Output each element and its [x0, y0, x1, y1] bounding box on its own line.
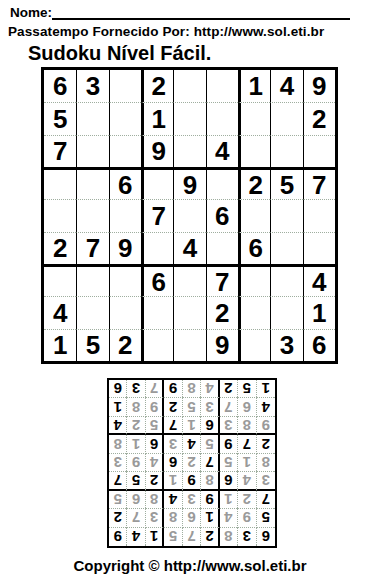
copyright-footer: Copyright © http://www.sol.eti.br	[0, 557, 380, 574]
puzzle-cell-r4c1	[44, 167, 76, 199]
solution-cell-r4c1: 3	[257, 472, 275, 490]
puzzle-cell-r7c6: 7	[206, 264, 238, 296]
solution-cell-r5c2: 1	[238, 454, 256, 472]
puzzle-cell-r9c9: 6	[303, 329, 335, 361]
solution-cell-r8c8: 8	[127, 398, 145, 416]
solution-cell-r1c7: 1	[146, 528, 164, 546]
solution-cell-r2c3: 4	[220, 509, 238, 527]
solution-cell-r2c5: 6	[183, 509, 201, 527]
puzzle-cell-r8c1: 4	[44, 296, 76, 328]
puzzle-cell-r3c2	[76, 135, 108, 167]
puzzle-cell-r5c2	[76, 199, 108, 231]
solution-cell-r9c1: 1	[257, 380, 275, 398]
solution-cell-r9c3: 2	[220, 380, 238, 398]
puzzle-cell-r9c5	[173, 329, 205, 361]
solution-cell-r5c7: 4	[146, 454, 164, 472]
solution-cell-r9c2: 5	[238, 380, 256, 398]
puzzle-cell-r8c7	[238, 296, 270, 328]
solution-cell-r6c8: 1	[127, 435, 145, 453]
puzzle-cell-r9c1: 1	[44, 329, 76, 361]
solution-cell-r3c3: 1	[220, 491, 238, 509]
puzzle-cell-r7c4: 6	[141, 264, 173, 296]
solution-cell-r3c7: 8	[146, 491, 164, 509]
solution-cell-r4c7: 2	[146, 472, 164, 490]
puzzle-cell-r2c1: 5	[44, 102, 76, 134]
puzzle-cell-r8c5	[173, 296, 205, 328]
puzzle-cell-r6c4	[141, 232, 173, 264]
solution-cell-r2c9: 2	[109, 509, 127, 527]
page-header: Nome: Passatempo Fornecido Por: http://w…	[0, 0, 380, 64]
puzzle-cell-r5c7	[238, 199, 270, 231]
puzzle-cell-r9c2: 5	[76, 329, 108, 361]
puzzle-cell-r2c8	[270, 102, 302, 134]
solution-cell-r5c8: 9	[127, 454, 145, 472]
puzzle-cell-r7c1	[44, 264, 76, 296]
puzzle-cell-r7c2	[76, 264, 108, 296]
puzzle-cell-r4c8: 5	[270, 167, 302, 199]
solution-cell-r1c1: 6	[257, 528, 275, 546]
puzzle-cell-r9c7	[238, 329, 270, 361]
puzzle-cell-r4c7: 2	[238, 167, 270, 199]
solution-cell-r1c5: 7	[183, 528, 201, 546]
puzzle-cell-r5c5	[173, 199, 205, 231]
solution-cell-r6c7: 6	[146, 435, 164, 453]
puzzle-cell-r4c2	[76, 167, 108, 199]
solution-cell-r4c4: 8	[201, 472, 219, 490]
solution-cell-r1c9: 9	[109, 528, 127, 546]
solution-cell-r5c4: 7	[201, 454, 219, 472]
puzzle-cell-r3c1: 7	[44, 135, 76, 167]
puzzle-cell-r2c9: 2	[303, 102, 335, 134]
solution-cell-r8c7: 9	[146, 398, 164, 416]
solution-cell-r3c4: 9	[201, 491, 219, 509]
solution-cell-r4c2: 4	[238, 472, 256, 490]
sudoku-worksheet-page: { "game": "sudoku", "header": { "nome_la…	[0, 0, 380, 585]
puzzle-cell-r3c7	[238, 135, 270, 167]
puzzle-cell-r3c3	[109, 135, 141, 167]
solution-cell-r9c8: 3	[127, 380, 145, 398]
puzzle-cell-r6c3: 9	[109, 232, 141, 264]
puzzle-cell-r8c6: 2	[206, 296, 238, 328]
puzzle-cell-r1c6	[206, 70, 238, 102]
name-fill-in-line	[52, 5, 350, 20]
puzzle-cell-r5c1	[44, 199, 76, 231]
puzzle-cell-r8c4	[141, 296, 173, 328]
puzzle-cell-r1c7: 1	[238, 70, 270, 102]
solution-cell-r8c2: 6	[238, 398, 256, 416]
solution-cell-r3c2: 2	[238, 491, 256, 509]
puzzle-cell-r9c4	[141, 329, 173, 361]
puzzle-cell-r2c2	[76, 102, 108, 134]
solution-cell-r4c9: 7	[109, 472, 127, 490]
solution-cell-r9c5: 8	[183, 380, 201, 398]
name-label: Nome:	[10, 5, 52, 20]
solution-cell-r7c9: 4	[109, 417, 127, 435]
solution-cell-r7c1: 9	[257, 417, 275, 435]
puzzle-grid: 632149512794692577627946674421152936	[41, 67, 338, 364]
puzzle-cell-r7c5	[173, 264, 205, 296]
solution-cell-r2c1: 5	[257, 509, 275, 527]
puzzle-cell-r6c1: 2	[44, 232, 76, 264]
puzzle-cell-r1c9: 9	[303, 70, 335, 102]
solution-cell-r3c5: 3	[183, 491, 201, 509]
puzzle-cell-r8c2	[76, 296, 108, 328]
solution-cell-r7c6: 7	[164, 417, 182, 435]
solution-cell-r1c4: 2	[201, 528, 219, 546]
solution-cell-r5c9: 3	[109, 454, 127, 472]
puzzle-cell-r5c8	[270, 199, 302, 231]
puzzle-cell-r4c9: 7	[303, 167, 335, 199]
solution-cell-r3c6: 4	[164, 491, 182, 509]
puzzle-cell-r9c8: 3	[270, 329, 302, 361]
puzzle-cell-r9c6: 9	[206, 329, 238, 361]
puzzle-cell-r6c5: 4	[173, 232, 205, 264]
puzzle-cell-r3c5	[173, 135, 205, 167]
solution-cell-r3c9: 5	[109, 491, 127, 509]
puzzle-cell-r1c4: 2	[141, 70, 173, 102]
solution-cell-r6c2: 7	[238, 435, 256, 453]
puzzle-cell-r7c8	[270, 264, 302, 296]
solution-cell-r9c7: 7	[146, 380, 164, 398]
solution-cell-r8c6: 2	[164, 398, 182, 416]
solution-cell-r2c8: 7	[127, 509, 145, 527]
solution-cell-r7c7: 5	[146, 417, 164, 435]
solution-cell-r1c3: 8	[220, 528, 238, 546]
solution-cell-r9c6: 9	[164, 380, 182, 398]
solution-cell-r8c5: 5	[183, 398, 201, 416]
puzzle-cell-r3c6: 4	[206, 135, 238, 167]
solution-cell-r6c5: 4	[183, 435, 201, 453]
puzzle-cell-r5c4: 7	[141, 199, 173, 231]
solution-cell-r8c4: 3	[201, 398, 219, 416]
solution-cell-r2c6: 8	[164, 509, 182, 527]
puzzle-cell-r4c6	[206, 167, 238, 199]
puzzle-cell-r7c3	[109, 264, 141, 296]
puzzle-cell-r2c4: 1	[141, 102, 173, 134]
solution-cell-r5c1: 8	[257, 454, 275, 472]
solution-grid-upside-down: 6382751495941683727219348653468912578157…	[107, 378, 277, 548]
puzzle-cell-r4c5: 9	[173, 167, 205, 199]
solution-cell-r4c5: 9	[183, 472, 201, 490]
solution-cell-r6c9: 8	[109, 435, 127, 453]
solution-cell-r3c8: 6	[127, 491, 145, 509]
solution-cell-r8c1: 4	[257, 398, 275, 416]
puzzle-cell-r6c8	[270, 232, 302, 264]
solution-cell-r5c5: 2	[183, 454, 201, 472]
solution-cell-r5c3: 5	[220, 454, 238, 472]
solution-cell-r2c4: 1	[201, 509, 219, 527]
puzzle-cell-r3c4: 9	[141, 135, 173, 167]
solution-cell-r4c3: 6	[220, 472, 238, 490]
solution-cell-r3c1: 7	[257, 491, 275, 509]
puzzle-cell-r5c6: 6	[206, 199, 238, 231]
solution-cell-r8c3: 7	[220, 398, 238, 416]
name-row: Nome:	[10, 3, 350, 20]
solution-cell-r4c8: 5	[127, 472, 145, 490]
puzzle-cell-r2c7	[238, 102, 270, 134]
solution-cell-r6c1: 2	[257, 435, 275, 453]
page-title: Sudoku Nível Fácil.	[28, 42, 380, 64]
solution-cell-r9c9: 6	[109, 380, 127, 398]
puzzle-cell-r2c3	[109, 102, 141, 134]
puzzle-cell-r5c3	[109, 199, 141, 231]
puzzle-cell-r6c7: 6	[238, 232, 270, 264]
solution-cell-r1c6: 5	[164, 528, 182, 546]
solution-cell-r7c8: 2	[127, 417, 145, 435]
puzzle-cell-r4c3: 6	[109, 167, 141, 199]
solution-cell-r8c9: 1	[109, 398, 127, 416]
solution-cell-r9c4: 4	[201, 380, 219, 398]
solution-cell-r2c7: 3	[146, 509, 164, 527]
provider-line: Passatempo Fornecido Por: http://www.sol…	[8, 24, 380, 39]
puzzle-cell-r9c3: 2	[109, 329, 141, 361]
solution-cell-r7c5: 1	[183, 417, 201, 435]
solution-cell-r7c3: 3	[220, 417, 238, 435]
solution-cell-r1c2: 3	[238, 528, 256, 546]
solution-cell-r4c6: 1	[164, 472, 182, 490]
puzzle-cell-r8c3	[109, 296, 141, 328]
solution-cell-r1c8: 4	[127, 528, 145, 546]
puzzle-cell-r2c5	[173, 102, 205, 134]
puzzle-cell-r7c7	[238, 264, 270, 296]
puzzle-cell-r1c8: 4	[270, 70, 302, 102]
puzzle-cell-r1c3	[109, 70, 141, 102]
puzzle-cell-r6c6	[206, 232, 238, 264]
puzzle-cell-r3c9	[303, 135, 335, 167]
solution-cell-r2c2: 9	[238, 509, 256, 527]
puzzle-cell-r1c2: 3	[76, 70, 108, 102]
solution-cell-r7c2: 8	[238, 417, 256, 435]
solution-cell-r7c4: 6	[201, 417, 219, 435]
puzzle-cell-r7c9: 4	[303, 264, 335, 296]
solution-cell-r6c6: 3	[164, 435, 182, 453]
puzzle-cell-r5c9	[303, 199, 335, 231]
puzzle-cell-r1c5	[173, 70, 205, 102]
puzzle-cell-r4c4	[141, 167, 173, 199]
puzzle-cell-r8c8	[270, 296, 302, 328]
puzzle-cell-r6c2: 7	[76, 232, 108, 264]
puzzle-cell-r2c6	[206, 102, 238, 134]
puzzle-cell-r3c8	[270, 135, 302, 167]
solution-cell-r6c4: 5	[201, 435, 219, 453]
puzzle-cell-r8c9: 1	[303, 296, 335, 328]
solution-cell-r6c3: 9	[220, 435, 238, 453]
puzzle-cell-r6c9	[303, 232, 335, 264]
solution-cell-r5c6: 6	[164, 454, 182, 472]
puzzle-cell-r1c1: 6	[44, 70, 76, 102]
